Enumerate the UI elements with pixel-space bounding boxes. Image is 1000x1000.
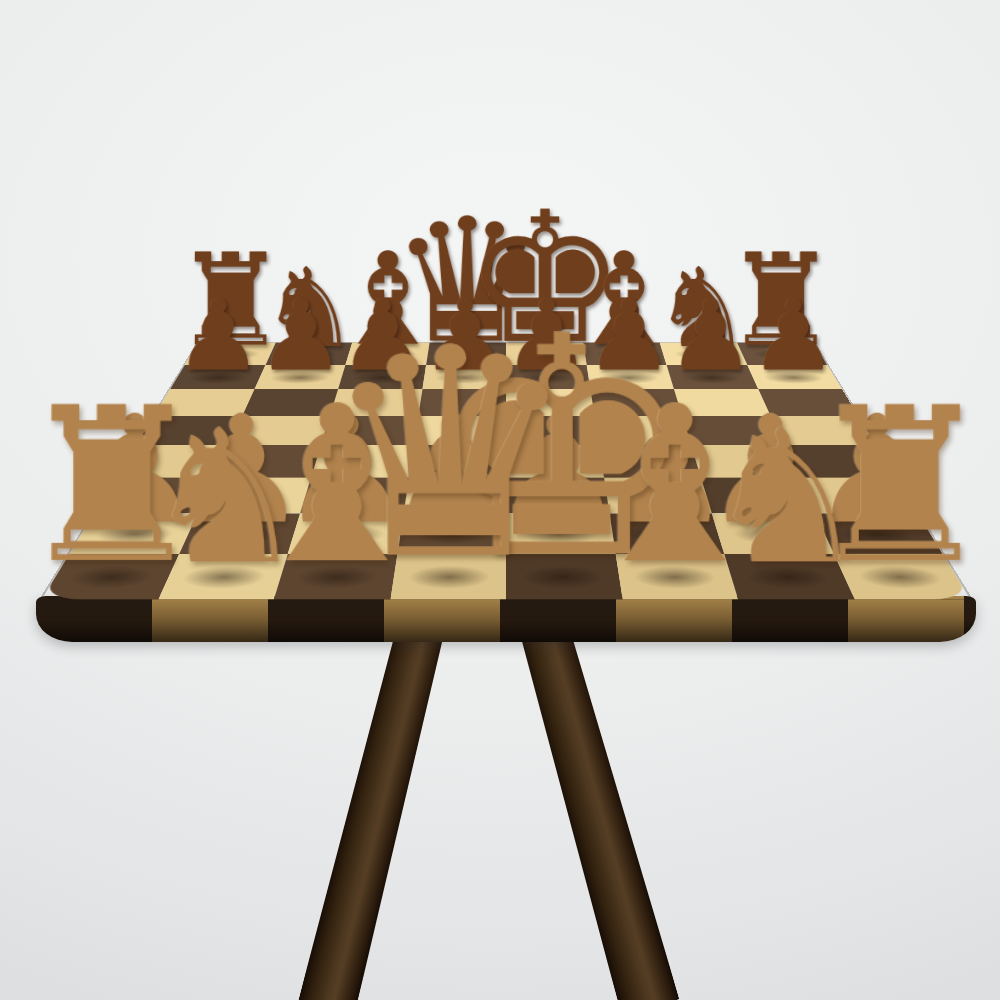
white-rook-a1[interactable]: ♜ [16,385,208,588]
chess-board[interactable]: ♜♞♝♛♚♝♞♜♟♟♟♟♟♟♟♟♟♟♟♟♟♟♟♟♜♞♝♛♚♝♞♜ [42,343,970,599]
white-queen-d1[interactable]: ♛ [320,317,579,592]
white-bishop-f1[interactable]: ♝ [578,382,772,588]
white-rook-h1[interactable]: ♜ [804,385,996,588]
square-a1[interactable]: ♜ [42,554,179,599]
photo-backdrop: ♜♞♝♛♚♝♞♜♟♟♟♟♟♟♟♟♟♟♟♟♟♟♟♟♜♞♝♛♚♝♞♜ [0,0,1000,1000]
square-d1[interactable]: ♛ [390,554,506,599]
square-h1[interactable]: ♜ [833,554,970,599]
chess-table-scene: ♜♞♝♛♚♝♞♜♟♟♟♟♟♟♟♟♟♟♟♟♟♟♟♟♜♞♝♛♚♝♞♜ [136,75,876,815]
square-f1[interactable]: ♝ [615,554,738,599]
